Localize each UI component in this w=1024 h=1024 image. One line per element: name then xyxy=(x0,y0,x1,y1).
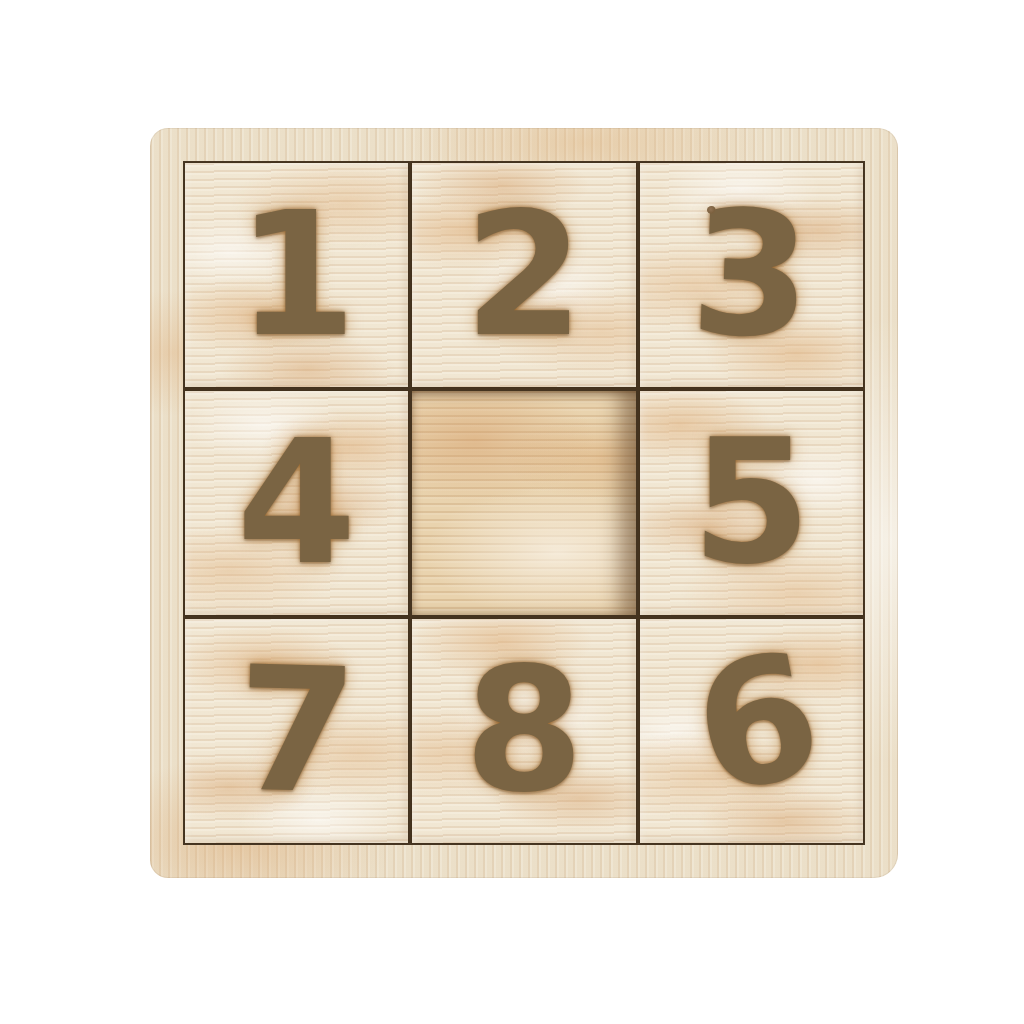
tile-3[interactable]: 3 xyxy=(640,163,863,387)
tile-number: 6 xyxy=(683,628,833,820)
tile-number: 3 xyxy=(689,187,815,363)
tile-2[interactable]: 2 xyxy=(412,163,635,387)
tile-4[interactable]: 4 xyxy=(185,391,408,615)
tile-number: 4 xyxy=(237,417,357,589)
board-well: 12345786 xyxy=(183,161,865,845)
tile-number: 2 xyxy=(464,189,584,361)
empty-slot xyxy=(412,391,635,615)
tile-5[interactable]: 5 xyxy=(640,391,863,615)
tile-number: 7 xyxy=(235,643,359,818)
photo-background: 12345786 xyxy=(0,0,1024,1024)
tile-7[interactable]: 7 xyxy=(185,619,408,843)
tile-6[interactable]: 6 xyxy=(640,619,863,843)
tile-number: 5 xyxy=(691,417,811,589)
tile-number: 1 xyxy=(237,189,357,361)
tile-1[interactable]: 1 xyxy=(185,163,408,387)
puzzle-board: 12345786 xyxy=(150,128,898,878)
tile-8[interactable]: 8 xyxy=(412,619,635,843)
tile-number: 8 xyxy=(464,645,584,817)
